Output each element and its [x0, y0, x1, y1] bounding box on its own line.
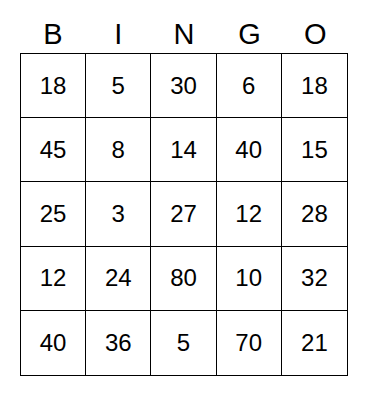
bingo-cell-r2c1[interactable]: 45: [21, 118, 86, 182]
bingo-cell-r5c3[interactable]: 5: [151, 311, 216, 375]
bingo-cell-r5c1[interactable]: 40: [21, 311, 86, 375]
bingo-cell-r3c3[interactable]: 27: [151, 182, 216, 246]
bingo-cell-r4c4[interactable]: 10: [217, 247, 282, 311]
bingo-cell-r5c4[interactable]: 70: [217, 311, 282, 375]
bingo-cell-r2c2[interactable]: 8: [86, 118, 151, 182]
header-letter-g: G: [217, 17, 283, 51]
header-letter-o: O: [282, 17, 348, 51]
header-letter-i: I: [86, 17, 152, 51]
bingo-cell-r5c2[interactable]: 36: [86, 311, 151, 375]
bingo-cell-r5c5[interactable]: 21: [282, 311, 347, 375]
bingo-cell-r1c3[interactable]: 30: [151, 54, 216, 118]
bingo-cell-r1c4[interactable]: 6: [217, 54, 282, 118]
bingo-cell-r4c3[interactable]: 80: [151, 247, 216, 311]
header-letter-b: B: [20, 17, 86, 51]
bingo-cell-r2c4[interactable]: 40: [217, 118, 282, 182]
bingo-cell-r3c2[interactable]: 3: [86, 182, 151, 246]
bingo-cell-r2c3[interactable]: 14: [151, 118, 216, 182]
bingo-cell-r4c5[interactable]: 32: [282, 247, 347, 311]
bingo-cell-r3c5[interactable]: 28: [282, 182, 347, 246]
bingo-cell-r1c2[interactable]: 5: [86, 54, 151, 118]
header-letter-n: N: [151, 17, 217, 51]
bingo-cell-r1c5[interactable]: 18: [282, 54, 347, 118]
bingo-cell-r1c1[interactable]: 18: [21, 54, 86, 118]
bingo-cell-r3c4[interactable]: 12: [217, 182, 282, 246]
bingo-cell-r3c1[interactable]: 25: [21, 182, 86, 246]
bingo-header: B I N G O: [20, 17, 348, 51]
bingo-cell-r4c1[interactable]: 12: [21, 247, 86, 311]
bingo-cell-r2c5[interactable]: 15: [282, 118, 347, 182]
bingo-card: B I N G O 18 5 30 6 18 45 8 14 40 15 25 …: [0, 0, 368, 400]
bingo-grid: 18 5 30 6 18 45 8 14 40 15 25 3 27 12 28…: [20, 53, 348, 376]
bingo-cell-r4c2[interactable]: 24: [86, 247, 151, 311]
